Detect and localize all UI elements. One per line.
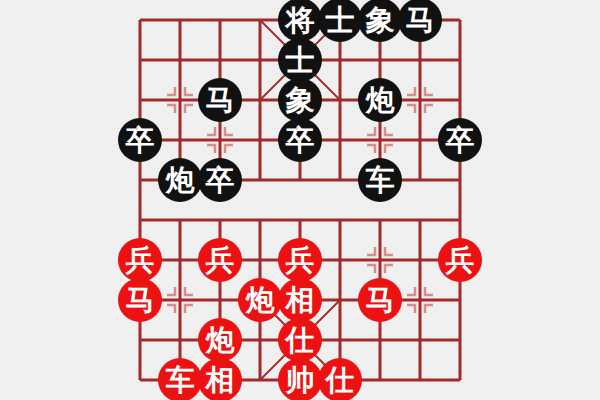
piece-red-horse[interactable]: 马 <box>118 278 162 322</box>
piece-black-soldier[interactable]: 卒 <box>278 118 322 162</box>
piece-black-advisor[interactable]: 士 <box>318 0 362 42</box>
piece-black-soldier[interactable]: 卒 <box>438 118 482 162</box>
piece-red-general[interactable]: 帅 <box>278 358 322 400</box>
piece-black-soldier[interactable]: 卒 <box>198 158 242 202</box>
piece-red-advisor[interactable]: 仕 <box>278 318 322 362</box>
piece-black-general[interactable]: 将 <box>278 0 322 42</box>
piece-red-soldier[interactable]: 兵 <box>438 238 482 282</box>
piece-red-advisor[interactable]: 仕 <box>318 358 362 400</box>
piece-red-soldier[interactable]: 兵 <box>278 238 322 282</box>
piece-black-horse[interactable]: 马 <box>198 78 242 122</box>
piece-black-cannon[interactable]: 炮 <box>358 78 402 122</box>
piece-red-chariot[interactable]: 车 <box>158 358 202 400</box>
xiangqi-board[interactable]: 将士象马士马象炮卒卒卒炮卒车兵兵兵兵马炮相马炮仕车相帅仕 <box>120 0 480 400</box>
xiangqi-screenshot: 将士象马士马象炮卒卒卒炮卒车兵兵兵兵马炮相马炮仕车相帅仕 <box>0 0 600 400</box>
piece-black-advisor[interactable]: 士 <box>278 38 322 82</box>
piece-red-horse[interactable]: 马 <box>358 278 402 322</box>
piece-black-elephant[interactable]: 象 <box>358 0 402 42</box>
piece-black-soldier[interactable]: 卒 <box>118 118 162 162</box>
piece-red-soldier[interactable]: 兵 <box>198 238 242 282</box>
piece-black-chariot[interactable]: 车 <box>358 158 402 202</box>
piece-black-cannon[interactable]: 炮 <box>158 158 202 202</box>
piece-red-cannon[interactable]: 炮 <box>238 278 282 322</box>
piece-red-soldier[interactable]: 兵 <box>118 238 162 282</box>
piece-black-horse[interactable]: 马 <box>398 0 442 42</box>
piece-red-elephant[interactable]: 相 <box>198 358 242 400</box>
piece-black-elephant[interactable]: 象 <box>278 78 322 122</box>
piece-red-cannon[interactable]: 炮 <box>198 318 242 362</box>
piece-red-elephant[interactable]: 相 <box>278 278 322 322</box>
